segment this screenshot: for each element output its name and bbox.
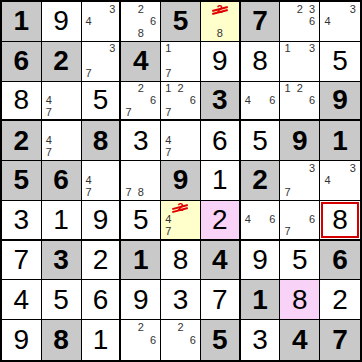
cell-r2c7[interactable]: 8	[241, 42, 281, 82]
pencil-mark: 3	[306, 43, 318, 55]
cell-r9c8[interactable]: 4	[280, 320, 320, 360]
pencil-marks: 17	[162, 43, 199, 80]
given-digit: 8	[93, 127, 109, 155]
cell-r4c8[interactable]: 9	[280, 121, 320, 161]
given-digit: 8	[53, 326, 69, 354]
given-digit: 6	[14, 47, 30, 75]
pencil-marks: 82	[202, 3, 238, 40]
given-digit: 3	[53, 246, 69, 274]
cell-r6c7[interactable]: 46	[241, 201, 281, 241]
pencil-mark: 2	[135, 321, 147, 334]
pencil-marks: 13	[281, 43, 318, 80]
pencil-mark: 7	[162, 106, 174, 118]
given-digit: 5	[14, 166, 30, 194]
cell-r8c2[interactable]: 5	[42, 280, 82, 320]
pencil-marks: 472	[162, 202, 199, 238]
cell-r3c4[interactable]: 267	[121, 82, 161, 122]
pencil-mark: 7	[83, 67, 95, 79]
cell-r5c4[interactable]: 78	[121, 161, 161, 201]
pencil-mark: 3	[346, 3, 359, 15]
pencil-mark: 4	[43, 135, 55, 147]
cell-r1c5[interactable]: 5	[161, 2, 201, 42]
cell-r6c6[interactable]: 2	[201, 201, 241, 241]
cell-r3c9[interactable]: 9	[320, 82, 360, 122]
cell-r5c6[interactable]: 1	[201, 161, 241, 201]
cell-r2c4[interactable]: 4	[121, 42, 161, 82]
given-digit: 1	[133, 246, 149, 274]
pencil-mark: 4	[242, 214, 254, 226]
pencil-mark: 4	[83, 174, 95, 186]
cell-r4c1[interactable]: 2	[2, 121, 42, 161]
pencil-marks: 37	[83, 43, 119, 80]
cell-r6c9[interactable]: 8	[320, 201, 360, 241]
solved-digit: 8	[173, 246, 189, 274]
pencil-mark: 4	[83, 15, 95, 27]
cell-r7c5[interactable]: 8	[161, 241, 201, 281]
cell-r8c7[interactable]: 1	[241, 280, 281, 320]
pencil-marks: 47	[162, 122, 199, 159]
cell-r4c4[interactable]: 3	[121, 121, 161, 161]
given-digit: 1	[332, 127, 348, 155]
pencil-mark: 4	[162, 135, 174, 147]
cell-r9c4[interactable]: 26	[121, 320, 161, 360]
cell-r8c4[interactable]: 9	[121, 280, 161, 320]
cell-r1c4[interactable]: 268	[121, 2, 161, 42]
cell-r2c6[interactable]: 9	[201, 42, 241, 82]
cell-r6c5[interactable]: 472	[161, 201, 201, 241]
pencil-mark: 7	[162, 226, 174, 238]
cell-r1c3[interactable]: 34	[82, 2, 122, 42]
pencil-marks: 67	[281, 202, 318, 238]
solved-digit: 2	[332, 286, 348, 314]
cell-r4c3[interactable]: 8	[82, 121, 122, 161]
solved-digit: 7	[212, 286, 228, 314]
pencil-mark: 1	[281, 43, 293, 55]
given-digit: 7	[332, 326, 348, 354]
solved-digit: 5	[93, 86, 109, 114]
pencil-mark: 6	[147, 15, 159, 27]
pencil-mark: 7	[43, 147, 55, 159]
solved-digit: 4	[14, 286, 30, 314]
given-digit: 6	[53, 166, 69, 194]
solved-digit: 5	[133, 206, 149, 234]
solved-digit: 5	[292, 246, 308, 274]
pencil-marks: 34	[321, 162, 359, 199]
pencil-mark: 6	[306, 214, 318, 226]
pencil-marks: 1267	[162, 83, 199, 119]
given-digit: 2	[53, 47, 69, 75]
cell-r5c9[interactable]: 34	[320, 161, 360, 201]
solved-digit: 6	[212, 127, 228, 155]
solved-digit: 8	[252, 47, 268, 75]
cell-r3c6[interactable]: 3	[201, 82, 241, 122]
pencil-marks: 46	[242, 202, 279, 238]
pencil-mark: 3	[106, 3, 118, 15]
cell-r5c7[interactable]: 2	[241, 161, 281, 201]
pencil-mark: 6	[187, 334, 199, 347]
cell-r7c6[interactable]: 4	[201, 241, 241, 281]
cell-r2c9[interactable]: 5	[320, 42, 360, 82]
pencil-mark: 3	[306, 162, 318, 174]
cell-r6c3[interactable]: 9	[82, 201, 122, 241]
cell-r9c1[interactable]: 9	[2, 320, 42, 360]
cell-r4c7[interactable]: 5	[241, 121, 281, 161]
solved-digit: 8	[332, 206, 348, 234]
given-digit: 1	[14, 7, 30, 35]
given-digit: 9	[292, 127, 308, 155]
cell-r5c2[interactable]: 6	[42, 161, 82, 201]
cell-r2c3[interactable]: 37	[82, 42, 122, 82]
pencil-mark: 7	[162, 67, 174, 79]
pencil-marks: 26	[162, 321, 199, 359]
cell-r6c4[interactable]: 5	[121, 201, 161, 241]
cell-r9c9[interactable]: 7	[320, 320, 360, 360]
given-digit: 7	[252, 7, 268, 35]
pencil-mark: 1	[162, 83, 174, 95]
given-digit: 9	[173, 166, 189, 194]
given-digit: 2	[14, 127, 30, 155]
cell-r9c5[interactable]: 26	[161, 320, 201, 360]
cell-r1c2[interactable]: 9	[42, 2, 82, 42]
solved-digit: 2	[93, 246, 109, 274]
pencil-mark: 6	[306, 94, 318, 106]
cell-r4c9[interactable]: 1	[320, 121, 360, 161]
solved-digit: 1	[93, 326, 109, 354]
cell-r1c6[interactable]: 82	[201, 2, 241, 42]
sudoku-board: 1934268582723634623741798135847526712673…	[0, 0, 362, 362]
cell-r1c1[interactable]: 1	[2, 2, 42, 42]
pencil-mark: 1	[162, 43, 174, 55]
cell-r6c8[interactable]: 67	[280, 201, 320, 241]
solved-digit: 5	[53, 286, 69, 314]
cell-r6c2[interactable]: 1	[42, 201, 82, 241]
pencil-mark: 2	[174, 321, 186, 334]
solved-digit: 8	[292, 286, 308, 314]
given-digit: 5	[212, 326, 228, 354]
pencil-marks: 26	[122, 321, 159, 359]
solved-digit: 3	[173, 286, 189, 314]
pencil-mark: 4	[43, 94, 55, 106]
cell-r5c3[interactable]: 47	[82, 161, 122, 201]
pencil-mark: 6	[266, 214, 278, 226]
pencil-mark: 8	[214, 28, 226, 40]
solved-digit: 9	[133, 286, 149, 314]
cell-r5c5[interactable]: 9	[161, 161, 201, 201]
solved-digit: 1	[212, 166, 228, 194]
given-digit: 3	[212, 86, 228, 114]
cell-r7c3[interactable]: 2	[82, 241, 122, 281]
cell-r7c9[interactable]: 6	[320, 241, 360, 281]
pencil-mark: 7	[281, 226, 293, 238]
solved-digit: 2	[212, 206, 228, 234]
solved-digit: 7	[14, 246, 30, 274]
solved-digit: 5	[252, 127, 268, 155]
struck-candidate: 2	[174, 202, 186, 214]
solved-digit: 9	[53, 7, 69, 35]
pencil-mark: 8	[135, 28, 147, 40]
pencil-mark: 6	[187, 94, 199, 106]
pencil-mark: 7	[83, 187, 95, 199]
solved-digit: 9	[212, 47, 228, 75]
pencil-marks: 78	[122, 162, 159, 199]
pencil-mark: 4	[162, 214, 174, 226]
cell-r4c6[interactable]: 6	[201, 121, 241, 161]
pencil-marks: 34	[321, 3, 359, 40]
cell-r3c1[interactable]: 8	[2, 82, 42, 122]
solved-digit: 9	[14, 326, 30, 354]
given-digit: 5	[173, 7, 189, 35]
solved-digit: 3	[252, 326, 268, 354]
solved-digit: 3	[14, 206, 30, 234]
pencil-mark: 6	[266, 94, 278, 106]
cell-r9c7[interactable]: 3	[241, 320, 281, 360]
struck-candidate: 2	[214, 3, 226, 15]
cell-r7c8[interactable]: 5	[280, 241, 320, 281]
cell-r9c6[interactable]: 5	[201, 320, 241, 360]
cell-r4c2[interactable]: 47	[42, 121, 82, 161]
pencil-mark: 8	[135, 187, 147, 199]
pencil-marks: 268	[122, 3, 159, 40]
pencil-mark: 2	[294, 83, 306, 95]
cell-r8c3[interactable]: 6	[82, 280, 122, 320]
cell-r8c6[interactable]: 7	[201, 280, 241, 320]
cell-r1c7[interactable]: 7	[241, 2, 281, 42]
given-digit: 2	[252, 166, 268, 194]
cell-r2c8[interactable]: 13	[280, 42, 320, 82]
cell-r8c5[interactable]: 3	[161, 280, 201, 320]
given-digit: 4	[212, 246, 228, 274]
pencil-mark: 4	[321, 15, 334, 27]
given-digit: 6	[332, 246, 348, 274]
cell-r8c8[interactable]: 8	[280, 280, 320, 320]
cell-r1c9[interactable]: 34	[320, 2, 360, 42]
cell-r4c5[interactable]: 47	[161, 121, 201, 161]
cell-r8c9[interactable]: 2	[320, 280, 360, 320]
pencil-mark: 6	[147, 94, 159, 106]
pencil-mark: 7	[43, 106, 55, 118]
cell-r2c1[interactable]: 6	[2, 42, 42, 82]
cell-r7c7[interactable]: 9	[241, 241, 281, 281]
pencil-marks: 47	[43, 83, 80, 119]
pencil-mark: 2	[135, 83, 147, 95]
cell-r2c5[interactable]: 17	[161, 42, 201, 82]
given-digit: 1	[252, 286, 268, 314]
solved-digit: 1	[53, 206, 69, 234]
cell-r9c2[interactable]: 8	[42, 320, 82, 360]
cell-r3c8[interactable]: 126	[280, 82, 320, 122]
pencil-mark: 7	[122, 187, 134, 199]
pencil-marks: 46	[242, 83, 279, 119]
cell-r2c2[interactable]: 2	[42, 42, 82, 82]
solved-digit: 9	[93, 206, 109, 234]
solved-digit: 3	[133, 127, 149, 155]
pencil-marks: 34	[83, 3, 119, 40]
pencil-marks: 47	[43, 122, 80, 159]
cell-r7c2[interactable]: 3	[42, 241, 82, 281]
cell-r3c5[interactable]: 1267	[161, 82, 201, 122]
cell-r6c1[interactable]: 3	[2, 201, 42, 241]
pencil-mark: 4	[242, 94, 254, 106]
pencil-marks: 37	[281, 162, 318, 199]
cell-r8c1[interactable]: 4	[2, 280, 42, 320]
cell-r3c3[interactable]: 5	[82, 82, 122, 122]
pencil-marks: 267	[122, 83, 159, 119]
cell-r3c7[interactable]: 46	[241, 82, 281, 122]
pencil-mark: 2	[294, 3, 306, 15]
pencil-mark: 6	[147, 334, 159, 347]
pencil-mark: 1	[281, 83, 293, 95]
solved-digit: 9	[252, 246, 268, 274]
pencil-mark: 2	[135, 3, 147, 15]
cell-r7c4[interactable]: 1	[121, 241, 161, 281]
cell-r5c8[interactable]: 37	[280, 161, 320, 201]
cell-r9c3[interactable]: 1	[82, 320, 122, 360]
pencil-mark: 3	[346, 162, 359, 174]
pencil-mark: 6	[306, 15, 318, 27]
pencil-mark: 7	[162, 147, 174, 159]
solved-digit: 8	[14, 86, 30, 114]
cell-r7c1[interactable]: 7	[2, 241, 42, 281]
pencil-mark: 4	[321, 174, 334, 186]
pencil-mark: 3	[106, 43, 118, 55]
given-digit: 9	[332, 86, 348, 114]
cell-r1c8[interactable]: 236	[280, 2, 320, 42]
pencil-mark: 7	[122, 106, 134, 118]
given-digit: 4	[133, 47, 149, 75]
cell-r3c2[interactable]: 47	[42, 82, 82, 122]
given-digit: 4	[292, 326, 308, 354]
solved-digit: 5	[332, 47, 348, 75]
cell-r5c1[interactable]: 5	[2, 161, 42, 201]
pencil-marks: 236	[281, 3, 318, 40]
pencil-mark: 2	[174, 83, 186, 95]
pencil-marks: 47	[83, 162, 119, 199]
pencil-mark: 7	[281, 187, 293, 199]
pencil-marks: 126	[281, 83, 318, 119]
pencil-mark: 3	[306, 3, 318, 15]
solved-digit: 6	[93, 286, 109, 314]
